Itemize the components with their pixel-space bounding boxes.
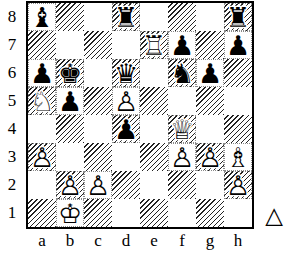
black-rook-halo: ♜: [112, 3, 140, 31]
square-c7: [84, 31, 112, 59]
square-h6: [224, 59, 252, 87]
black-queen-halo: ♛: [112, 59, 140, 87]
file-label-a: a: [28, 231, 56, 251]
white-knight-piece: ♘: [28, 87, 56, 115]
square-f4: ♛♕: [168, 115, 196, 143]
white-pawn-halo: ♟: [224, 171, 252, 199]
square-b5: ♟♟: [56, 87, 84, 115]
black-rook-piece: ♜: [224, 3, 252, 31]
black-pawn-halo: ♟: [196, 59, 224, 87]
square-c1: [84, 199, 112, 227]
rank-labels: 87654321: [0, 3, 24, 227]
square-g5: [196, 87, 224, 115]
white-queen-piece: ♕: [168, 115, 196, 143]
square-d8: ♜♜: [112, 3, 140, 31]
square-f5: [168, 87, 196, 115]
black-pawn-piece: ♟: [112, 115, 140, 143]
square-d6: ♛♛: [112, 59, 140, 87]
square-f7: ♟♟: [168, 31, 196, 59]
square-b7: [56, 31, 84, 59]
white-king-halo: ♚: [56, 199, 84, 227]
black-king-halo: ♚: [56, 59, 84, 87]
square-h7: ♟♟: [224, 31, 252, 59]
black-pawn-piece: ♟: [56, 87, 84, 115]
white-pawn-piece: ♙: [168, 143, 196, 171]
file-label-c: c: [84, 231, 112, 251]
white-bishop-piece: ♗: [224, 143, 252, 171]
square-h2: ♟♙: [224, 171, 252, 199]
black-pawn-piece: ♟: [196, 59, 224, 87]
rank-label-2: 2: [0, 171, 24, 199]
rank-label-8: 8: [0, 3, 24, 31]
file-label-f: f: [168, 231, 196, 251]
square-g2: [196, 171, 224, 199]
white-rook-halo: ♜: [140, 31, 168, 59]
square-e3: [140, 143, 168, 171]
white-rook-piece: ♖: [140, 31, 168, 59]
square-e1: [140, 199, 168, 227]
white-king-piece: ♔: [56, 199, 84, 227]
square-e7: ♜♖: [140, 31, 168, 59]
black-queen-piece: ♛: [112, 59, 140, 87]
black-pawn-piece: ♟: [28, 59, 56, 87]
white-bishop-halo: ♝: [224, 143, 252, 171]
square-a4: [28, 115, 56, 143]
square-b1: ♚♔: [56, 199, 84, 227]
square-d4: ♟♟: [112, 115, 140, 143]
black-knight-piece: ♞: [168, 59, 196, 87]
square-h3: ♝♗: [224, 143, 252, 171]
rank-label-5: 5: [0, 87, 24, 115]
chess-diagram: 87654321 ♝♝♜♜♜♜♜♖♟♟♟♟♟♟♚♚♛♛♞♞♟♟♞♘♟♟♟♙♟♟♛…: [0, 0, 288, 255]
rank-label-7: 7: [0, 31, 24, 59]
white-pawn-piece: ♙: [84, 171, 112, 199]
square-b4: [56, 115, 84, 143]
file-labels: abcdefgh: [28, 231, 252, 251]
white-knight-halo: ♞: [28, 87, 56, 115]
black-pawn-halo: ♟: [168, 31, 196, 59]
black-pawn-halo: ♟: [56, 87, 84, 115]
square-f1: [168, 199, 196, 227]
square-a8: ♝♝: [28, 3, 56, 31]
white-pawn-halo: ♟: [112, 87, 140, 115]
square-d7: [112, 31, 140, 59]
black-pawn-halo: ♟: [224, 31, 252, 59]
white-queen-halo: ♛: [168, 115, 196, 143]
white-pawn-piece: ♙: [112, 87, 140, 115]
white-pawn-halo: ♟: [56, 171, 84, 199]
white-pawn-piece: ♙: [28, 143, 56, 171]
file-label-b: b: [56, 231, 84, 251]
square-h5: [224, 87, 252, 115]
black-knight-halo: ♞: [168, 59, 196, 87]
square-e6: [140, 59, 168, 87]
square-e4: [140, 115, 168, 143]
white-pawn-piece: ♙: [196, 143, 224, 171]
square-h8: ♜♜: [224, 3, 252, 31]
square-a2: [28, 171, 56, 199]
square-c3: [84, 143, 112, 171]
square-d2: [112, 171, 140, 199]
square-f6: ♞♞: [168, 59, 196, 87]
board: ♝♝♜♜♜♜♜♖♟♟♟♟♟♟♚♚♛♛♞♞♟♟♞♘♟♟♟♙♟♟♛♕♟♙♟♙♟♙♝♗…: [26, 1, 254, 229]
black-rook-halo: ♜: [224, 3, 252, 31]
rank-label-4: 4: [0, 115, 24, 143]
file-label-g: g: [196, 231, 224, 251]
square-f3: ♟♙: [168, 143, 196, 171]
square-a6: ♟♟: [28, 59, 56, 87]
square-g1: [196, 199, 224, 227]
square-b3: [56, 143, 84, 171]
white-pawn-piece: ♙: [56, 171, 84, 199]
file-label-d: d: [112, 231, 140, 251]
square-c2: ♟♙: [84, 171, 112, 199]
white-pawn-halo: ♟: [28, 143, 56, 171]
square-g4: [196, 115, 224, 143]
square-e2: [140, 171, 168, 199]
square-b6: ♚♚: [56, 59, 84, 87]
black-king-piece: ♚: [56, 59, 84, 87]
square-c8: [84, 3, 112, 31]
black-pawn-piece: ♟: [168, 31, 196, 59]
black-pawn-halo: ♟: [112, 115, 140, 143]
rank-label-6: 6: [0, 59, 24, 87]
square-b8: [56, 3, 84, 31]
white-pawn-piece: ♙: [224, 171, 252, 199]
square-g6: ♟♟: [196, 59, 224, 87]
white-pawn-halo: ♟: [84, 171, 112, 199]
square-a5: ♞♘: [28, 87, 56, 115]
square-d1: [112, 199, 140, 227]
square-b2: ♟♙: [56, 171, 84, 199]
white-pawn-halo: ♟: [196, 143, 224, 171]
square-e8: [140, 3, 168, 31]
square-g8: [196, 3, 224, 31]
square-a3: ♟♙: [28, 143, 56, 171]
white-to-move-indicator: △: [260, 201, 288, 229]
rank-label-1: 1: [0, 199, 24, 227]
white-pawn-halo: ♟: [168, 143, 196, 171]
square-g3: ♟♙: [196, 143, 224, 171]
square-c5: [84, 87, 112, 115]
square-c4: [84, 115, 112, 143]
black-pawn-halo: ♟: [28, 59, 56, 87]
black-rook-piece: ♜: [112, 3, 140, 31]
rank-label-3: 3: [0, 143, 24, 171]
square-e5: [140, 87, 168, 115]
file-label-e: e: [140, 231, 168, 251]
square-a1: [28, 199, 56, 227]
file-label-h: h: [224, 231, 252, 251]
square-d5: ♟♙: [112, 87, 140, 115]
square-a7: [28, 31, 56, 59]
black-bishop-halo: ♝: [28, 3, 56, 31]
black-bishop-piece: ♝: [28, 3, 56, 31]
square-f8: [168, 3, 196, 31]
square-h4: [224, 115, 252, 143]
square-f2: [168, 171, 196, 199]
square-d3: [112, 143, 140, 171]
square-c6: [84, 59, 112, 87]
square-g7: [196, 31, 224, 59]
black-pawn-piece: ♟: [224, 31, 252, 59]
square-h1: [224, 199, 252, 227]
